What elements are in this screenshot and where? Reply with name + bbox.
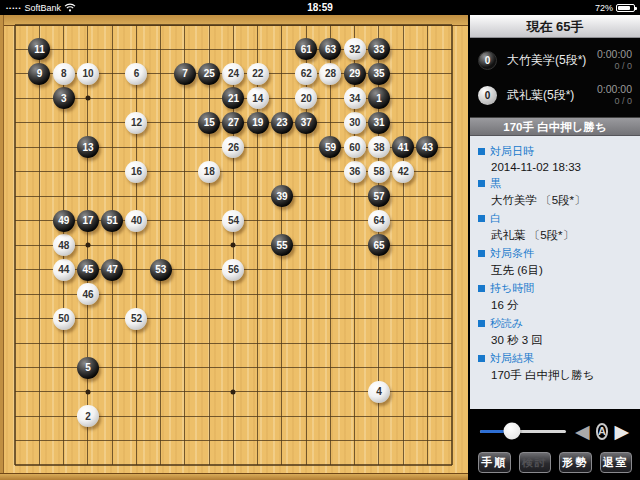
退室-button[interactable]: 退室	[600, 452, 633, 473]
auto-play-button[interactable]: A	[596, 423, 609, 440]
star-point	[85, 389, 90, 394]
white-stone-58: 58	[368, 161, 390, 183]
info-label-text: 対局結果	[490, 351, 534, 366]
white-stone-40: 40	[125, 210, 147, 232]
bullet-square-icon	[478, 215, 485, 222]
player-row-black: 0 大竹美学(5段*) 0:00:00 0 / 0	[478, 43, 632, 78]
white-stone-64: 64	[368, 210, 390, 232]
white-player-times: 0:00:00 0 / 0	[597, 83, 632, 107]
playback-controls: ◀ A ▶ 手順検討形勢退室	[470, 409, 640, 480]
形勢-button[interactable]: 形勢	[559, 452, 592, 473]
white-stone-8: 8	[53, 63, 75, 85]
game-info-list: 対局日時2014-11-02 18:33黒大竹美学 〔5段*〕白武礼葉 〔5段*…	[470, 136, 640, 409]
white-time: 0:00:00	[597, 83, 632, 96]
info-label-text: 黒	[490, 176, 501, 191]
black-stone-15: 15	[198, 112, 220, 134]
black-stone-7: 7	[174, 63, 196, 85]
clock-label: 18:59	[0, 2, 640, 13]
black-stone-35: 35	[368, 63, 390, 85]
white-stone-52: 52	[125, 308, 147, 330]
info-label-text: 白	[490, 211, 501, 226]
info-label: 対局条件	[478, 246, 632, 261]
battery-percent-label: 72%	[595, 3, 613, 13]
black-stone-51: 51	[101, 210, 123, 232]
white-stone-54: 54	[222, 210, 244, 232]
black-player-name: 大竹美学(5段*)	[507, 52, 597, 69]
next-move-button[interactable]: ▶	[611, 422, 632, 441]
black-stone-3: 3	[53, 87, 75, 109]
info-label-text: 対局条件	[490, 246, 534, 261]
white-stone-10: 10	[77, 63, 99, 85]
black-stone-31: 31	[368, 112, 390, 134]
battery-icon	[616, 4, 635, 12]
bullet-square-icon	[478, 180, 485, 187]
white-stone-42: 42	[392, 161, 414, 183]
move-counter-header: 現在 65手	[470, 15, 640, 38]
star-point	[85, 243, 90, 248]
white-stone-60: 60	[344, 136, 366, 158]
black-stone-53: 53	[150, 259, 172, 281]
status-right: 72%	[595, 3, 635, 13]
white-player-name: 武礼葉(5段*)	[507, 87, 597, 104]
star-point	[231, 243, 236, 248]
white-stone-62: 62	[295, 63, 317, 85]
app-screen: ••••• SoftBank 18:59 72% 123456789101112…	[0, 0, 640, 480]
black-captures-stone-icon: 0	[478, 51, 497, 70]
white-stone-44: 44	[53, 259, 75, 281]
black-stone-19: 19	[247, 112, 269, 134]
bullet-square-icon	[478, 355, 485, 362]
black-stone-5: 5	[77, 357, 99, 379]
result-bar: 170手 白中押し勝ち	[470, 117, 640, 136]
slider-thumb[interactable]	[503, 423, 520, 440]
info-label: 黒	[478, 176, 632, 191]
player-row-white: 0 武礼葉(5段*) 0:00:00 0 / 0	[478, 78, 632, 113]
bullet-square-icon	[478, 250, 485, 257]
bullet-square-icon	[478, 148, 485, 155]
white-stone-34: 34	[344, 87, 366, 109]
info-value: 互先 (6目)	[478, 263, 632, 278]
info-label-text: 秒読み	[490, 316, 523, 331]
info-value: 170手 白中押し勝ち	[478, 368, 632, 383]
info-label: 秒読み	[478, 316, 632, 331]
slider-row: ◀ A ▶	[478, 418, 632, 444]
black-stone-55: 55	[271, 234, 293, 256]
black-stone-29: 29	[344, 63, 366, 85]
black-stone-65: 65	[368, 234, 390, 256]
board-grid: 1234567891011121314151617181920212223242…	[3, 13, 464, 478]
info-label: 持ち時間	[478, 281, 632, 296]
prev-move-button[interactable]: ◀	[572, 422, 593, 441]
black-stone-23: 23	[271, 112, 293, 134]
手順-button[interactable]: 手順	[478, 452, 511, 473]
black-time: 0:00:00	[597, 48, 632, 61]
white-stone-18: 18	[198, 161, 220, 183]
info-label-text: 対局日時	[490, 144, 534, 159]
players-section: 0 大竹美学(5段*) 0:00:00 0 / 0 0 武礼葉(5段*) 0:0…	[470, 38, 640, 117]
white-stone-56: 56	[222, 259, 244, 281]
white-stone-36: 36	[344, 161, 366, 183]
white-periods: 0 / 0	[597, 96, 632, 107]
black-stone-17: 17	[77, 210, 99, 232]
info-value: 30 秒 3 回	[478, 333, 632, 348]
info-value: 武礼葉 〔5段*〕	[478, 228, 632, 243]
move-slider[interactable]	[480, 430, 566, 433]
black-stone-45: 45	[77, 259, 99, 281]
white-stone-4: 4	[368, 381, 390, 403]
go-board: 1234567891011121314151617181920212223242…	[0, 15, 468, 480]
black-stone-37: 37	[295, 112, 317, 134]
検討-button[interactable]: 検討	[519, 452, 552, 473]
bullet-square-icon	[478, 285, 485, 292]
black-periods: 0 / 0	[597, 61, 632, 72]
info-value: 大竹美学 〔5段*〕	[478, 193, 632, 208]
white-stone-22: 22	[247, 63, 269, 85]
white-stone-14: 14	[247, 87, 269, 109]
bullet-square-icon	[478, 320, 485, 327]
black-stone-49: 49	[53, 210, 75, 232]
black-player-times: 0:00:00 0 / 0	[597, 48, 632, 72]
side-panel: 現在 65手 0 大竹美学(5段*) 0:00:00 0 / 0 0 武礼葉(5…	[468, 15, 640, 480]
info-value: 16 分	[478, 298, 632, 313]
info-value: 2014-11-02 18:33	[478, 161, 632, 173]
black-stone-25: 25	[198, 63, 220, 85]
white-stone-30: 30	[344, 112, 366, 134]
white-captures-stone-icon: 0	[478, 86, 497, 105]
info-label: 白	[478, 211, 632, 226]
info-label: 対局日時	[478, 144, 632, 159]
info-label: 対局結果	[478, 351, 632, 366]
action-buttons-row: 手順検討形勢退室	[478, 452, 632, 473]
star-point	[85, 96, 90, 101]
white-stone-50: 50	[53, 308, 75, 330]
info-label-text: 持ち時間	[490, 281, 534, 296]
white-stone-48: 48	[53, 234, 75, 256]
black-stone-47: 47	[101, 259, 123, 281]
white-stone-46: 46	[77, 283, 99, 305]
star-point	[231, 389, 236, 394]
white-stone-32: 32	[344, 38, 366, 60]
